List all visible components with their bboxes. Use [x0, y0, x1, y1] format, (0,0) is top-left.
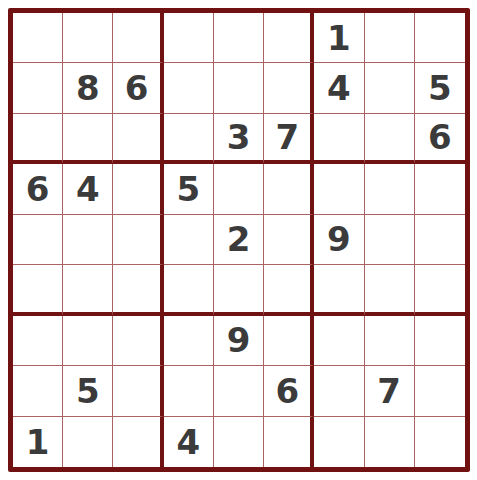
cell-r2c1[interactable]: [13, 63, 63, 113]
cell-r7c3[interactable]: [113, 316, 163, 366]
cell-r7c9[interactable]: [415, 316, 465, 366]
cell-r3c1[interactable]: [13, 114, 63, 164]
cell-r2c8[interactable]: [365, 63, 415, 113]
cell-r4c7[interactable]: [314, 164, 364, 214]
cell-r6c4[interactable]: [164, 265, 214, 315]
cell-r8c3[interactable]: [113, 366, 163, 416]
cell-r6c2[interactable]: [63, 265, 113, 315]
cell-r1c8[interactable]: [365, 13, 415, 63]
cell-r5c9[interactable]: [415, 215, 465, 265]
cell-r6c5[interactable]: [214, 265, 264, 315]
cell-r4c9[interactable]: [415, 164, 465, 214]
cell-r6c1[interactable]: [13, 265, 63, 315]
cell-r5c5-given[interactable]: 2: [214, 215, 264, 265]
cell-r3c2[interactable]: [63, 114, 113, 164]
cell-r6c8[interactable]: [365, 265, 415, 315]
cell-r4c1-given[interactable]: 6: [13, 164, 63, 214]
cell-r4c2-given[interactable]: 4: [63, 164, 113, 214]
sudoku-board: 1864537664529956714: [8, 8, 470, 472]
cell-r5c3[interactable]: [113, 215, 163, 265]
cell-r8c4[interactable]: [164, 366, 214, 416]
cell-r3c6-given[interactable]: 7: [264, 114, 314, 164]
cell-r3c4[interactable]: [164, 114, 214, 164]
cell-r1c9[interactable]: [415, 13, 465, 63]
cell-r4c8[interactable]: [365, 164, 415, 214]
cell-r8c2-given[interactable]: 5: [63, 366, 113, 416]
cell-r7c8[interactable]: [365, 316, 415, 366]
cell-r4c4-given[interactable]: 5: [164, 164, 214, 214]
cell-r7c2[interactable]: [63, 316, 113, 366]
cell-r2c2-given[interactable]: 8: [63, 63, 113, 113]
cell-r2c9-given[interactable]: 5: [415, 63, 465, 113]
cell-r2c7-given[interactable]: 4: [314, 63, 364, 113]
cell-r5c6[interactable]: [264, 215, 314, 265]
cell-r6c6[interactable]: [264, 265, 314, 315]
cell-r1c4[interactable]: [164, 13, 214, 63]
cell-r6c7[interactable]: [314, 265, 364, 315]
cell-r1c3[interactable]: [113, 13, 163, 63]
cell-r8c7[interactable]: [314, 366, 364, 416]
cell-r4c6[interactable]: [264, 164, 314, 214]
cell-r8c6-given[interactable]: 6: [264, 366, 314, 416]
cell-r1c7-given[interactable]: 1: [314, 13, 364, 63]
cell-r2c6[interactable]: [264, 63, 314, 113]
cell-r2c5[interactable]: [214, 63, 264, 113]
cell-r9c7[interactable]: [314, 417, 364, 467]
cell-r8c5[interactable]: [214, 366, 264, 416]
cell-r5c2[interactable]: [63, 215, 113, 265]
sudoku-page: 1864537664529956714: [0, 0, 477, 480]
cell-r7c5-given[interactable]: 9: [214, 316, 264, 366]
cell-r1c1[interactable]: [13, 13, 63, 63]
cell-r8c1[interactable]: [13, 366, 63, 416]
cell-r2c3-given[interactable]: 6: [113, 63, 163, 113]
cell-r8c8-given[interactable]: 7: [365, 366, 415, 416]
cell-r8c9[interactable]: [415, 366, 465, 416]
cell-r7c7[interactable]: [314, 316, 364, 366]
cell-r4c3[interactable]: [113, 164, 163, 214]
cell-r7c4[interactable]: [164, 316, 214, 366]
cell-r4c5[interactable]: [214, 164, 264, 214]
cell-r9c8[interactable]: [365, 417, 415, 467]
cell-r9c1-given[interactable]: 1: [13, 417, 63, 467]
cell-r5c7-given[interactable]: 9: [314, 215, 364, 265]
cell-r9c2[interactable]: [63, 417, 113, 467]
cell-r6c3[interactable]: [113, 265, 163, 315]
cell-r3c7[interactable]: [314, 114, 364, 164]
cell-r3c5-given[interactable]: 3: [214, 114, 264, 164]
cell-r2c4[interactable]: [164, 63, 214, 113]
cell-r7c1[interactable]: [13, 316, 63, 366]
cell-r1c6[interactable]: [264, 13, 314, 63]
cell-r3c3[interactable]: [113, 114, 163, 164]
cell-r1c5[interactable]: [214, 13, 264, 63]
cell-r5c4[interactable]: [164, 215, 214, 265]
cell-r9c6[interactable]: [264, 417, 314, 467]
cell-r9c3[interactable]: [113, 417, 163, 467]
cell-r5c8[interactable]: [365, 215, 415, 265]
cell-r1c2[interactable]: [63, 13, 113, 63]
cell-r3c8[interactable]: [365, 114, 415, 164]
cell-r6c9[interactable]: [415, 265, 465, 315]
cell-r3c9-given[interactable]: 6: [415, 114, 465, 164]
cell-r9c4-given[interactable]: 4: [164, 417, 214, 467]
cell-r7c6[interactable]: [264, 316, 314, 366]
cell-r9c5[interactable]: [214, 417, 264, 467]
cell-r9c9[interactable]: [415, 417, 465, 467]
cell-r5c1[interactable]: [13, 215, 63, 265]
